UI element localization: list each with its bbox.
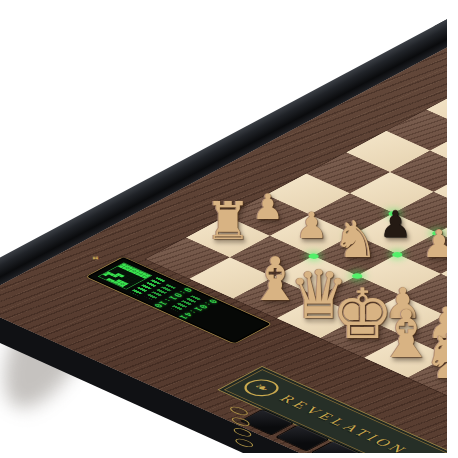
white-pawn-b3[interactable]: ♟ <box>296 208 328 244</box>
white-rook-a2[interactable]: ♜ <box>205 195 252 247</box>
diagram-dot <box>123 285 129 288</box>
photo-area: 0:01:10 0:01:41 ❖ ❧ REVELATION ♜♟♟♞♟♟♝♛♚… <box>0 0 447 453</box>
revelation-logo-icon: ❧ <box>237 376 285 400</box>
white-knight-g1[interactable]: ♞ <box>422 326 447 388</box>
white-pawn-a3[interactable]: ♟ <box>252 189 283 224</box>
product-photo-chessboard: 0:01:10 0:01:41 ❖ ❧ REVELATION ♜♟♟♞♟♟♝♛♚… <box>0 0 458 458</box>
black-pawn-c4[interactable]: ♟ <box>379 207 411 243</box>
white-pawn-d4[interactable]: ♟ <box>422 225 447 263</box>
